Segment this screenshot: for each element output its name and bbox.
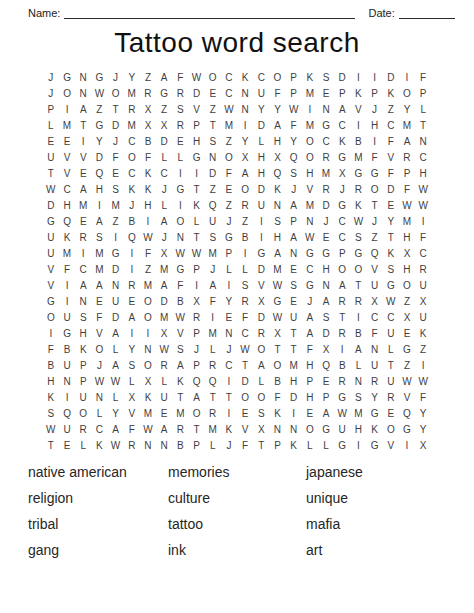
grid-cell-r24c19[interactable]: G [334,437,350,453]
grid-cell-r17c9[interactable]: V [172,325,188,341]
grid-cell-r11c18[interactable]: E [318,229,334,245]
grid-cell-r2c11[interactable]: E [205,85,221,101]
grid-cell-r12c16[interactable]: N [286,245,302,261]
grid-cell-r4c1[interactable]: L [43,117,59,133]
grid-cell-r20c1[interactable]: H [43,373,59,389]
grid-cell-r13c10[interactable]: P [188,261,204,277]
grid-cell-r19c13[interactable]: T [237,357,253,373]
grid-cell-r8c7[interactable]: K [140,181,156,197]
grid-cell-r9c1[interactable]: D [43,197,59,213]
grid-cell-r21c5[interactable]: L [108,389,124,405]
grid-cell-r19c24[interactable]: I [415,357,431,373]
grid-cell-r2c23[interactable]: O [399,85,415,101]
grid-cell-r21c20[interactable]: S [350,389,366,405]
grid-cell-r4c4[interactable]: G [91,117,107,133]
grid-cell-r16c2[interactable]: U [59,309,75,325]
grid-cell-r22c15[interactable]: K [269,405,285,421]
grid-cell-r14c6[interactable]: R [124,277,140,293]
grid-cell-r11c2[interactable]: K [59,229,75,245]
grid-cell-r9c10[interactable]: K [188,197,204,213]
grid-cell-r18c4[interactable]: O [91,341,107,357]
grid-cell-r15c16[interactable]: E [286,293,302,309]
grid-cell-r4c13[interactable]: I [237,117,253,133]
grid-cell-r15c19[interactable]: R [334,293,350,309]
grid-cell-r20c20[interactable]: N [350,373,366,389]
grid-cell-r6c21[interactable]: F [367,149,383,165]
grid-cell-r22c5[interactable]: Y [108,405,124,421]
grid-cell-r23c17[interactable]: O [302,421,318,437]
grid-cell-r22c12[interactable]: I [221,405,237,421]
grid-cell-r18c24[interactable]: Z [415,341,431,357]
grid-cell-r11c16[interactable]: A [286,229,302,245]
grid-cell-r22c13[interactable]: E [237,405,253,421]
grid-cell-r7c7[interactable]: K [140,165,156,181]
grid-cell-r8c10[interactable]: T [188,181,204,197]
grid-cell-r3c10[interactable]: V [188,101,204,117]
grid-cell-r4c22[interactable]: C [383,117,399,133]
grid-cell-r24c2[interactable]: E [59,437,75,453]
grid-cell-r21c22[interactable]: R [383,389,399,405]
grid-cell-r1c6[interactable]: Y [124,69,140,85]
grid-cell-r8c24[interactable]: W [415,181,431,197]
grid-cell-r22c1[interactable]: S [43,405,59,421]
grid-cell-r24c16[interactable]: K [286,437,302,453]
grid-cell-r1c12[interactable]: C [221,69,237,85]
grid-cell-r19c19[interactable]: B [334,357,350,373]
grid-cell-r7c24[interactable]: H [415,165,431,181]
grid-cell-r8c2[interactable]: C [59,181,75,197]
grid-cell-r14c12[interactable]: I [221,277,237,293]
grid-cell-r3c12[interactable]: W [221,101,237,117]
grid-cell-r6c24[interactable]: C [415,149,431,165]
grid-cell-r10c7[interactable]: I [140,213,156,229]
grid-cell-r18c15[interactable]: T [269,341,285,357]
grid-cell-r12c9[interactable]: W [172,245,188,261]
grid-cell-r7c17[interactable]: H [302,165,318,181]
grid-cell-r5c9[interactable]: E [172,133,188,149]
grid-cell-r18c19[interactable]: I [334,341,350,357]
grid-cell-r17c11[interactable]: M [205,325,221,341]
grid-cell-r20c6[interactable]: L [124,373,140,389]
grid-cell-r16c6[interactable]: A [124,309,140,325]
grid-cell-r7c8[interactable]: C [156,165,172,181]
grid-cell-r16c13[interactable]: F [237,309,253,325]
grid-cell-r6c1[interactable]: U [43,149,59,165]
grid-cell-r13c8[interactable]: M [156,261,172,277]
grid-cell-r16c4[interactable]: F [91,309,107,325]
grid-cell-r11c21[interactable]: Z [367,229,383,245]
grid-cell-r7c15[interactable]: Q [269,165,285,181]
grid-cell-r23c15[interactable]: N [269,421,285,437]
grid-cell-r19c22[interactable]: T [383,357,399,373]
grid-cell-r4c17[interactable]: M [302,117,318,133]
grid-cell-r19c15[interactable]: O [269,357,285,373]
grid-cell-r16c21[interactable]: C [367,309,383,325]
grid-cell-r5c18[interactable]: C [318,133,334,149]
grid-cell-r12c1[interactable]: U [43,245,59,261]
grid-cell-r9c21[interactable]: T [367,197,383,213]
grid-cell-r6c13[interactable]: X [237,149,253,165]
grid-cell-r22c3[interactable]: O [75,405,91,421]
grid-cell-r10c1[interactable]: G [43,213,59,229]
grid-cell-r21c12[interactable]: T [221,389,237,405]
grid-cell-r16c15[interactable]: W [269,309,285,325]
grid-cell-r16c5[interactable]: D [108,309,124,325]
grid-cell-r21c24[interactable]: F [415,389,431,405]
grid-cell-r9c20[interactable]: K [350,197,366,213]
grid-cell-r6c6[interactable]: O [124,149,140,165]
grid-cell-r21c11[interactable]: T [205,389,221,405]
grid-cell-r1c13[interactable]: K [237,69,253,85]
grid-cell-r24c11[interactable]: L [205,437,221,453]
grid-cell-r10c10[interactable]: L [188,213,204,229]
grid-cell-r18c7[interactable]: N [140,341,156,357]
grid-cell-r20c16[interactable]: H [286,373,302,389]
grid-cell-r18c13[interactable]: W [237,341,253,357]
grid-cell-r22c4[interactable]: L [91,405,107,421]
grid-cell-r2c6[interactable]: M [124,85,140,101]
grid-cell-r10c4[interactable]: A [91,213,107,229]
grid-cell-r17c21[interactable]: F [367,325,383,341]
grid-cell-r18c21[interactable]: N [367,341,383,357]
grid-cell-r3c5[interactable]: T [108,101,124,117]
grid-cell-r9c2[interactable]: H [59,197,75,213]
grid-cell-r11c12[interactable]: G [221,229,237,245]
grid-cell-r15c3[interactable]: N [75,293,91,309]
grid-cell-r4c23[interactable]: M [399,117,415,133]
grid-cell-r19c3[interactable]: P [75,357,91,373]
grid-cell-r10c2[interactable]: Q [59,213,75,229]
grid-cell-r18c20[interactable]: A [350,341,366,357]
grid-cell-r14c3[interactable]: A [75,277,91,293]
grid-cell-r8c20[interactable]: R [350,181,366,197]
grid-cell-r16c16[interactable]: U [286,309,302,325]
grid-cell-r7c11[interactable]: D [205,165,221,181]
grid-cell-r14c20[interactable]: T [350,277,366,293]
grid-cell-r23c16[interactable]: N [286,421,302,437]
grid-cell-r7c6[interactable]: C [124,165,140,181]
grid-cell-r23c22[interactable]: O [383,421,399,437]
grid-cell-r4c24[interactable]: T [415,117,431,133]
grid-cell-r14c15[interactable]: W [269,277,285,293]
grid-cell-r16c1[interactable]: O [43,309,59,325]
grid-cell-r4c6[interactable]: M [124,117,140,133]
grid-cell-r20c18[interactable]: E [318,373,334,389]
grid-cell-r10c8[interactable]: A [156,213,172,229]
grid-cell-r13c7[interactable]: Z [140,261,156,277]
grid-cell-r3c6[interactable]: R [124,101,140,117]
grid-cell-r11c22[interactable]: T [383,229,399,245]
grid-cell-r11c9[interactable]: N [172,229,188,245]
grid-cell-r23c8[interactable]: A [156,421,172,437]
grid-cell-r14c2[interactable]: I [59,277,75,293]
grid-cell-r3c13[interactable]: N [237,101,253,117]
grid-cell-r6c5[interactable]: F [108,149,124,165]
grid-cell-r21c21[interactable]: Y [367,389,383,405]
grid-cell-r15c4[interactable]: E [91,293,107,309]
grid-cell-r17c23[interactable]: E [399,325,415,341]
grid-cell-r21c2[interactable]: I [59,389,75,405]
grid-cell-r22c16[interactable]: I [286,405,302,421]
grid-cell-r12c8[interactable]: X [156,245,172,261]
grid-cell-r13c21[interactable]: V [367,261,383,277]
grid-cell-r18c1[interactable]: F [43,341,59,357]
grid-cell-r24c9[interactable]: B [172,437,188,453]
grid-cell-r11c5[interactable]: I [108,229,124,245]
grid-cell-r15c1[interactable]: G [43,293,59,309]
grid-cell-r14c21[interactable]: U [367,277,383,293]
grid-cell-r23c21[interactable]: K [367,421,383,437]
grid-cell-r17c22[interactable]: U [383,325,399,341]
grid-cell-r23c2[interactable]: U [59,421,75,437]
grid-cell-r2c24[interactable]: P [415,85,431,101]
grid-cell-r5c19[interactable]: K [334,133,350,149]
grid-cell-r2c13[interactable]: N [237,85,253,101]
grid-cell-r2c9[interactable]: R [172,85,188,101]
grid-cell-r12c23[interactable]: X [399,245,415,261]
grid-cell-r4c11[interactable]: T [205,117,221,133]
grid-cell-r19c17[interactable]: H [302,357,318,373]
grid-cell-r2c12[interactable]: C [221,85,237,101]
grid-cell-r15c20[interactable]: R [350,293,366,309]
grid-cell-r16c14[interactable]: D [253,309,269,325]
grid-cell-r14c7[interactable]: M [140,277,156,293]
grid-cell-r4c7[interactable]: X [140,117,156,133]
grid-cell-r23c7[interactable]: W [140,421,156,437]
grid-cell-r22c7[interactable]: M [140,405,156,421]
grid-cell-r13c13[interactable]: L [237,261,253,277]
grid-cell-r9c12[interactable]: Z [221,197,237,213]
grid-cell-r14c14[interactable]: V [253,277,269,293]
grid-cell-r7c21[interactable]: G [367,165,383,181]
grid-cell-r11c14[interactable]: I [253,229,269,245]
grid-cell-r10c21[interactable]: J [367,213,383,229]
grid-cell-r1c16[interactable]: P [286,69,302,85]
grid-cell-r24c17[interactable]: L [302,437,318,453]
grid-cell-r16c22[interactable]: C [383,309,399,325]
grid-cell-r12c6[interactable]: I [124,245,140,261]
grid-cell-r11c24[interactable]: F [415,229,431,245]
grid-cell-r18c22[interactable]: L [383,341,399,357]
grid-cell-r13c6[interactable]: I [124,261,140,277]
grid-cell-r2c21[interactable]: P [367,85,383,101]
grid-cell-r18c18[interactable]: X [318,341,334,357]
grid-cell-r17c12[interactable]: N [221,325,237,341]
grid-cell-r15c21[interactable]: X [367,293,383,309]
grid-cell-r19c16[interactable]: M [286,357,302,373]
grid-cell-r15c14[interactable]: X [253,293,269,309]
grid-cell-r3c1[interactable]: P [43,101,59,117]
grid-cell-r21c4[interactable]: N [91,389,107,405]
grid-cell-r15c5[interactable]: U [108,293,124,309]
grid-cell-r24c10[interactable]: P [188,437,204,453]
grid-cell-r18c23[interactable]: G [399,341,415,357]
grid-cell-r9c23[interactable]: W [399,197,415,213]
grid-cell-r22c14[interactable]: S [253,405,269,421]
grid-cell-r16c19[interactable]: T [334,309,350,325]
grid-cell-r3c24[interactable]: L [415,101,431,117]
grid-cell-r7c18[interactable]: M [318,165,334,181]
grid-cell-r2c2[interactable]: O [59,85,75,101]
grid-cell-r6c4[interactable]: D [91,149,107,165]
grid-cell-r6c10[interactable]: G [188,149,204,165]
grid-cell-r3c19[interactable]: A [334,101,350,117]
grid-cell-r17c24[interactable]: K [415,325,431,341]
grid-cell-r3c23[interactable]: Y [399,101,415,117]
grid-cell-r12c18[interactable]: G [318,245,334,261]
grid-cell-r6c7[interactable]: F [140,149,156,165]
grid-cell-r22c24[interactable]: Y [415,405,431,421]
grid-cell-r22c21[interactable]: G [367,405,383,421]
grid-cell-r11c4[interactable]: S [91,229,107,245]
grid-cell-r3c9[interactable]: S [172,101,188,117]
grid-cell-r15c6[interactable]: E [124,293,140,309]
grid-cell-r11c11[interactable]: S [205,229,221,245]
grid-cell-r3c18[interactable]: N [318,101,334,117]
grid-cell-r1c23[interactable]: I [399,69,415,85]
grid-cell-r6c8[interactable]: L [156,149,172,165]
grid-cell-r20c14[interactable]: L [253,373,269,389]
grid-cell-r21c6[interactable]: X [124,389,140,405]
grid-cell-r24c3[interactable]: L [75,437,91,453]
grid-cell-r10c19[interactable]: C [334,213,350,229]
grid-cell-r3c2[interactable]: I [59,101,75,117]
grid-cell-r20c13[interactable]: D [237,373,253,389]
grid-cell-r22c6[interactable]: V [124,405,140,421]
grid-cell-r17c10[interactable]: P [188,325,204,341]
grid-cell-r10c16[interactable]: P [286,213,302,229]
grid-cell-r3c3[interactable]: A [75,101,91,117]
grid-cell-r7c10[interactable]: I [188,165,204,181]
grid-cell-r23c19[interactable]: U [334,421,350,437]
grid-cell-r8c11[interactable]: Z [205,181,221,197]
grid-cell-r17c17[interactable]: A [302,325,318,341]
grid-cell-r20c8[interactable]: L [156,373,172,389]
grid-cell-r1c8[interactable]: A [156,69,172,85]
grid-cell-r23c11[interactable]: M [205,421,221,437]
grid-cell-r6c15[interactable]: X [269,149,285,165]
grid-cell-r18c6[interactable]: Y [124,341,140,357]
grid-cell-r21c19[interactable]: G [334,389,350,405]
grid-cell-r24c23[interactable]: I [399,437,415,453]
grid-cell-r15c2[interactable]: I [59,293,75,309]
grid-cell-r8c15[interactable]: K [269,181,285,197]
grid-cell-r17c6[interactable]: I [124,325,140,341]
grid-cell-r16c10[interactable]: R [188,309,204,325]
grid-cell-r15c8[interactable]: D [156,293,172,309]
grid-cell-r7c2[interactable]: V [59,165,75,181]
grid-cell-r13c17[interactable]: C [302,261,318,277]
grid-cell-r13c19[interactable]: O [334,261,350,277]
grid-cell-r10c9[interactable]: O [172,213,188,229]
grid-cell-r24c7[interactable]: N [140,437,156,453]
grid-cell-r11c17[interactable]: W [302,229,318,245]
grid-cell-r17c13[interactable]: C [237,325,253,341]
grid-cell-r19c18[interactable]: Q [318,357,334,373]
grid-cell-r17c2[interactable]: G [59,325,75,341]
grid-cell-r10c23[interactable]: M [399,213,415,229]
grid-cell-r1c9[interactable]: F [172,69,188,85]
grid-cell-r20c2[interactable]: N [59,373,75,389]
grid-cell-r2c8[interactable]: G [156,85,172,101]
grid-cell-r18c11[interactable]: L [205,341,221,357]
grid-cell-r9c7[interactable]: H [140,197,156,213]
grid-cell-r8c13[interactable]: O [237,181,253,197]
grid-cell-r7c16[interactable]: S [286,165,302,181]
grid-cell-r18c5[interactable]: L [108,341,124,357]
grid-cell-r1c15[interactable]: O [269,69,285,85]
grid-cell-r1c20[interactable]: I [350,69,366,85]
grid-cell-r3c22[interactable]: Z [383,101,399,117]
grid-cell-r4c15[interactable]: A [269,117,285,133]
grid-cell-r2c4[interactable]: W [91,85,107,101]
grid-cell-r14c10[interactable]: I [188,277,204,293]
grid-cell-r15c22[interactable]: W [383,293,399,309]
grid-cell-r4c16[interactable]: F [286,117,302,133]
grid-cell-r7c14[interactable]: H [253,165,269,181]
grid-cell-r15c17[interactable]: J [302,293,318,309]
grid-cell-r5c4[interactable]: Y [91,133,107,149]
grid-cell-r4c18[interactable]: G [318,117,334,133]
grid-cell-r16c23[interactable]: X [399,309,415,325]
grid-cell-r16c11[interactable]: I [205,309,221,325]
grid-cell-r15c11[interactable]: F [205,293,221,309]
grid-cell-r16c3[interactable]: S [75,309,91,325]
grid-cell-r17c1[interactable]: I [43,325,59,341]
grid-cell-r16c8[interactable]: M [156,309,172,325]
grid-cell-r10c24[interactable]: I [415,213,431,229]
grid-cell-r18c3[interactable]: K [75,341,91,357]
grid-cell-r10c5[interactable]: Z [108,213,124,229]
grid-cell-r24c12[interactable]: J [221,437,237,453]
grid-cell-r16c18[interactable]: S [318,309,334,325]
grid-cell-r17c5[interactable]: A [108,325,124,341]
grid-cell-r11c19[interactable]: C [334,229,350,245]
grid-cell-r14c19[interactable]: A [334,277,350,293]
grid-cell-r11c23[interactable]: H [399,229,415,245]
grid-cell-r14c22[interactable]: G [383,277,399,293]
grid-cell-r3c20[interactable]: V [350,101,366,117]
grid-cell-r13c16[interactable]: E [286,261,302,277]
grid-cell-r7c12[interactable]: F [221,165,237,181]
grid-cell-r8c17[interactable]: V [302,181,318,197]
grid-cell-r10c15[interactable]: S [269,213,285,229]
grid-cell-r15c18[interactable]: A [318,293,334,309]
grid-cell-r9c9[interactable]: I [172,197,188,213]
grid-cell-r24c18[interactable]: L [318,437,334,453]
grid-cell-r24c14[interactable]: T [253,437,269,453]
grid-cell-r20c22[interactable]: U [383,373,399,389]
grid-cell-r17c16[interactable]: T [286,325,302,341]
grid-cell-r4c3[interactable]: T [75,117,91,133]
grid-cell-r19c14[interactable]: A [253,357,269,373]
grid-cell-r8c8[interactable]: J [156,181,172,197]
grid-cell-r15c23[interactable]: Z [399,293,415,309]
grid-cell-r7c9[interactable]: I [172,165,188,181]
grid-cell-r9c6[interactable]: J [124,197,140,213]
grid-cell-r20c9[interactable]: K [172,373,188,389]
grid-cell-r9c11[interactable]: Q [205,197,221,213]
grid-cell-r11c15[interactable]: H [269,229,285,245]
grid-cell-r6c17[interactable]: O [302,149,318,165]
grid-cell-r1c5[interactable]: J [108,69,124,85]
grid-cell-r13c22[interactable]: S [383,261,399,277]
grid-cell-r22c10[interactable]: O [188,405,204,421]
grid-cell-r23c12[interactable]: K [221,421,237,437]
grid-cell-r7c5[interactable]: E [108,165,124,181]
grid-cell-r3c11[interactable]: Z [205,101,221,117]
grid-cell-r5c1[interactable]: E [43,133,59,149]
